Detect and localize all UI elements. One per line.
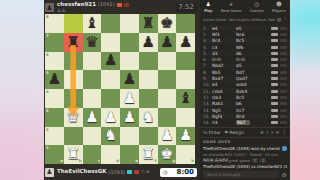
square-c1[interactable]: c (83, 145, 102, 164)
forward-button[interactable]: › (271, 130, 273, 136)
chat-input[interactable] (203, 171, 279, 178)
square-d8[interactable] (101, 14, 120, 33)
square-c6[interactable] (83, 52, 102, 71)
bottom-player-rating: (1093) (109, 170, 126, 175)
square-f8[interactable]: ♜ (139, 14, 158, 33)
square-b5[interactable] (64, 70, 83, 89)
rank-label: 7 (46, 34, 49, 38)
square-f1[interactable]: f♜ (139, 145, 158, 164)
bottom-player-bar: ♟ TheEvilChessGK (1093) ♘ ♙ ◷ 8:00 (45, 166, 197, 178)
chess-app-window: ♟ chessfan921 (1041) ♙ ♙ 7:52 8♝♜♚7♜♛♟♟♟… (44, 0, 290, 180)
game-result-subtext: vs chessfan921 (1041) · Rated · 10 min (203, 152, 287, 157)
top-player-clock: 7:52 (175, 3, 197, 12)
move-nav-buttons: «‹›»⋮ (260, 130, 287, 136)
white-move[interactable]: Nbd2 (212, 63, 236, 68)
play-icon: ♟ (206, 2, 211, 8)
square-h2[interactable]: ♟ (176, 127, 195, 146)
white-pawn-c3[interactable]: ♟ (83, 108, 102, 127)
square-d4[interactable] (101, 89, 120, 108)
white-pawn-e4[interactable]: ♟ (120, 89, 139, 108)
new-game-matchup[interactable]: TheEvilChessGK (1093) vs chessfan921 (10… (203, 164, 287, 169)
bottom-player-info: TheEvilChessGK (1093) ♘ ♙ (57, 169, 157, 175)
square-e7[interactable] (120, 33, 139, 52)
move-time-chips (271, 77, 287, 80)
black-move[interactable]: Bh4 (236, 114, 260, 119)
white-move[interactable]: O-O (212, 57, 236, 62)
top-player-title-badge (124, 3, 129, 7)
white-move[interactable]: b4 (212, 82, 236, 87)
square-f4[interactable] (139, 89, 158, 108)
avatar-piece-icon: ♟ (46, 4, 52, 12)
move-time-chips (271, 83, 287, 86)
square-g3[interactable] (158, 108, 177, 127)
move-number: 10. (203, 82, 212, 87)
move-number: 7. (203, 63, 212, 68)
white-move[interactable]: e4 (212, 26, 236, 31)
top-player-avatar: ♟ (45, 3, 54, 12)
rank-label: 3 (46, 109, 49, 113)
tab-new-game[interactable]: +New Game (221, 2, 242, 12)
square-c4[interactable] (83, 89, 102, 108)
top-player-captured-pieces: ♙ ♙ (57, 9, 172, 14)
tab-play[interactable]: ♟Play (204, 2, 212, 12)
move-time-chips (271, 52, 287, 55)
square-h7[interactable]: ♟ (176, 33, 195, 52)
opening-row[interactable]: Italian Game: Two Knights Defense, Moder… (203, 17, 287, 22)
move-number: 2. (203, 32, 212, 37)
rank-label: 6 (46, 53, 49, 57)
chat-row: ⚙ (203, 171, 287, 178)
move-number: 15. (203, 114, 212, 119)
move-time-chips (271, 46, 287, 49)
black-move[interactable]: d6 (236, 51, 260, 56)
top-player-rating: (1041) (98, 2, 115, 7)
black-bishop-h4[interactable]: ♝ (176, 89, 195, 108)
move-number: 6. (203, 57, 212, 62)
square-c8[interactable]: ♝ (83, 14, 102, 33)
black-queen-c7[interactable]: ♛ (83, 33, 102, 52)
black-move[interactable]: b6 (236, 101, 260, 106)
square-c3[interactable]: ♟ (83, 108, 102, 127)
top-player-flag-icon (117, 3, 122, 7)
square-a6[interactable]: 6 (45, 52, 64, 71)
square-a2[interactable]: 2 (45, 127, 64, 146)
white-king-g1[interactable]: ♚ (158, 145, 177, 164)
black-king-g8[interactable]: ♚ (158, 14, 177, 33)
file-label: c (98, 159, 100, 163)
square-g5[interactable] (158, 70, 177, 89)
square-c5[interactable] (83, 70, 102, 89)
white-rook-b1[interactable]: ♜ (64, 145, 83, 164)
black-pawn-a5[interactable]: ♟ (45, 70, 64, 89)
white-move[interactable]: Bb5 (212, 70, 236, 75)
move-time-chips (271, 102, 287, 105)
square-g1[interactable]: g♚ (158, 145, 177, 164)
membership-badge-icon (127, 170, 132, 174)
opening-name: Italian Game: Two Knights Defense, Moder… (203, 18, 275, 22)
black-bishop-c8[interactable]: ♝ (83, 14, 102, 33)
square-d7[interactable] (101, 33, 120, 52)
white-pawn-d3[interactable]: ♟ (101, 108, 120, 127)
black-move[interactable]: Bc5 (236, 38, 260, 43)
square-g4[interactable] (158, 89, 177, 108)
white-move[interactable]: Bxd7 (212, 76, 236, 81)
move-number: 8. (203, 70, 212, 75)
square-h4[interactable]: ♝ (176, 89, 195, 108)
game-review-icon[interactable] (282, 146, 287, 151)
black-pawn-f7[interactable]: ♟ (139, 33, 158, 52)
tab-games[interactable]: ◷Games (250, 2, 263, 12)
go-end-button[interactable]: » (276, 130, 279, 136)
bottom-player-name[interactable]: TheEvilChessGK (57, 169, 107, 175)
white-move[interactable]: Nf3 (212, 32, 236, 37)
move-number: 11. (203, 89, 212, 94)
file-label: h (191, 159, 194, 163)
square-f7[interactable]: ♟ (139, 33, 158, 52)
book-icon[interactable]: ▤ (277, 17, 281, 22)
square-h3[interactable] (176, 108, 195, 127)
move-time-chips (271, 71, 287, 74)
black-move[interactable]: Qxd7 (236, 76, 260, 81)
move-list: 1.e4e52.Nf3Nc63.Bc4Bc54.c3Nf65.d3d66.O-O… (200, 25, 290, 126)
black-move[interactable]: Bd7 (236, 70, 260, 75)
square-g2[interactable]: ♟ (158, 127, 177, 146)
game-controls: ½ Draw ⚑ Resign «‹›»⋮ (200, 127, 290, 138)
black-rook-b7[interactable]: ♜ (64, 33, 83, 52)
square-d6[interactable]: ♟ (101, 52, 120, 71)
file-label: e (135, 159, 138, 163)
black-move[interactable]: Bc5 (236, 95, 260, 100)
square-h5[interactable] (176, 70, 195, 89)
go-start-button[interactable]: « (260, 130, 263, 136)
square-d5[interactable] (101, 70, 120, 89)
square-g8[interactable]: ♚ (158, 14, 177, 33)
black-move[interactable]: Qc7 (236, 108, 260, 113)
move-number: 16. (203, 120, 212, 125)
game-result-text: TheEvilChessGK (1093) won by checkmate (203, 146, 280, 151)
white-pawn-e3[interactable]: ♟ (120, 108, 139, 127)
square-b1[interactable]: b♜ (64, 145, 83, 164)
square-h8[interactable] (176, 14, 195, 33)
square-e2[interactable] (120, 127, 139, 146)
white-knight-d2[interactable]: ♞ (101, 127, 120, 146)
square-a8[interactable]: 8 (45, 14, 64, 33)
move-number: 9. (203, 76, 212, 81)
bottom-player-clock: ◷ 8:00 (160, 168, 197, 177)
move-number: 1. (203, 26, 212, 31)
game-over-label: GAME OVER (203, 140, 287, 144)
top-player-bar: ♟ chessfan921 (1041) ♙ ♙ 7:52 (45, 2, 197, 13)
white-move[interactable]: cxb4 (212, 89, 236, 94)
rank-label: 4 (46, 90, 49, 94)
square-f5[interactable] (139, 70, 158, 89)
rank-label: 1 (46, 146, 49, 150)
bottom-player-flag-icon (134, 170, 139, 174)
square-e6[interactable] (120, 52, 139, 71)
black-move[interactable]: Bxb4 (236, 89, 260, 94)
white-queen-b3[interactable]: ♛ (64, 108, 83, 127)
square-d1[interactable]: d (101, 145, 120, 164)
black-move[interactable]: O-O (236, 57, 260, 62)
white-move[interactable]: Ngf3 (212, 114, 236, 119)
black-move[interactable]: e5 (236, 26, 260, 31)
tab-bar: ♟Play+New Game◷Games☻Players (200, 2, 290, 12)
square-b6[interactable] (64, 52, 83, 71)
square-a7[interactable]: 7 (45, 33, 64, 52)
square-b7[interactable]: ♜ (64, 33, 83, 52)
sidebar-panel: ♟Play+New Game◷Games☻Players Italian Gam… (200, 0, 290, 180)
move-number: 12. (203, 95, 212, 100)
back-button[interactable]: ‹ (266, 130, 268, 136)
white-knight-f3[interactable]: ♞ (139, 108, 158, 127)
move-row: 16.h3Rb7 (200, 119, 290, 125)
white-move[interactable]: h3 (212, 120, 236, 125)
black-pawn-h7[interactable]: ♟ (176, 33, 195, 52)
square-e8[interactable] (120, 14, 139, 33)
top-player-name[interactable]: chessfan921 (57, 2, 96, 8)
bottom-player-captured-pieces: ♘ ♙ (141, 170, 149, 175)
square-d2[interactable]: ♞ (101, 127, 120, 146)
bottom-player-avatar: ♟ (45, 168, 54, 177)
move-time-chips (271, 58, 287, 61)
square-b2[interactable] (64, 127, 83, 146)
square-a3[interactable]: 3 (45, 108, 64, 127)
timer-icon: ◷ (163, 170, 167, 175)
more-options-button[interactable]: ⋮ (282, 130, 288, 136)
move-number: 5. (203, 51, 212, 56)
avatar-piece-icon: ♟ (46, 168, 52, 176)
move-time-chips (271, 64, 287, 67)
top-player-info: chessfan921 (1041) ♙ ♙ (57, 2, 172, 13)
tab-players[interactable]: ☻Players (272, 2, 286, 12)
white-move[interactable]: Rab1 (212, 101, 236, 106)
white-move[interactable]: c3 (212, 45, 236, 50)
square-b8[interactable] (64, 14, 83, 33)
square-g7[interactable]: ♟ (158, 33, 177, 52)
black-move[interactable]: axb4 (236, 82, 260, 87)
square-e3[interactable]: ♟ (120, 108, 139, 127)
move-time-chips (271, 121, 287, 124)
players-icon: ☻ (276, 2, 282, 8)
black-move[interactable]: Nf6 (236, 45, 260, 50)
move-time-chips (271, 39, 287, 42)
file-label: d (116, 159, 119, 163)
square-b4[interactable] (64, 89, 83, 108)
square-a5[interactable]: 5♟ (45, 70, 64, 89)
black-move[interactable]: a5 (236, 63, 260, 68)
white-move[interactable]: Ng5 (212, 108, 236, 113)
square-f6[interactable] (139, 52, 158, 71)
black-pawn-d6[interactable]: ♟ (101, 52, 120, 71)
square-d3[interactable]: ♟ (101, 108, 120, 127)
settings-gear-icon[interactable]: ⚙ (282, 172, 287, 178)
black-pawn-g7[interactable]: ♟ (158, 33, 177, 52)
black-move[interactable]: Rb7 (236, 120, 250, 125)
move-time-chips (271, 109, 287, 112)
new-game-icon: + (229, 2, 234, 8)
move-time-chips (271, 27, 287, 30)
move-number: 3. (203, 38, 212, 43)
square-c2[interactable] (83, 127, 102, 146)
square-b3[interactable]: ♛ (64, 108, 83, 127)
black-move[interactable]: Nc6 (236, 32, 260, 37)
white-pawn-h2[interactable]: ♟ (176, 127, 195, 146)
move-time-chips (271, 115, 287, 118)
black-rook-f8[interactable]: ♜ (139, 14, 158, 33)
white-move[interactable]: Bc4 (212, 38, 236, 43)
games-icon: ◷ (254, 2, 259, 8)
square-e5[interactable]: ♟ (120, 70, 139, 89)
square-a1[interactable]: 1a (45, 145, 64, 164)
square-a4[interactable]: 4 (45, 89, 64, 108)
square-c7[interactable]: ♛ (83, 33, 102, 52)
white-pawn-g2[interactable]: ♟ (158, 127, 177, 146)
white-move[interactable]: d3 (212, 51, 236, 56)
rank-label: 2 (46, 128, 49, 132)
square-f3[interactable]: ♞ (139, 108, 158, 127)
move-number: 4. (203, 45, 212, 50)
rank-label: 8 (46, 15, 49, 19)
resign-button[interactable]: ⚑ Resign (224, 130, 244, 135)
move-time-chips (271, 96, 287, 99)
collapse-icon[interactable]: ⌃ (283, 17, 287, 22)
square-e4[interactable]: ♟ (120, 89, 139, 108)
black-pawn-e5[interactable]: ♟ (120, 70, 139, 89)
square-e1[interactable]: e (120, 145, 139, 164)
square-f2[interactable] (139, 127, 158, 146)
white-move[interactable]: Qb3 (212, 95, 236, 100)
file-label: a (60, 159, 63, 163)
desktop: ♟ chessfan921 (1041) ♙ ♙ 7:52 8♝♜♚7♜♛♟♟♟… (0, 0, 320, 180)
square-h1[interactable]: h (176, 145, 195, 164)
square-g6[interactable] (158, 52, 177, 71)
square-h6[interactable] (176, 52, 195, 71)
new-game-label: NEW GAME (203, 158, 287, 162)
draw-button[interactable]: ½ Draw (203, 130, 220, 135)
board[interactable]: 8♝♜♚7♜♛♟♟♟6♟5♟♟4♟♝3♛♟♟♟♞2♞♟♟1ab♜cdef♜g♚h (45, 14, 195, 164)
move-number: 13. (203, 101, 212, 106)
move-time-chips (271, 33, 287, 36)
white-rook-f1[interactable]: ♜ (139, 145, 158, 164)
move-number: 14. (203, 108, 212, 113)
move-time-chips (271, 90, 287, 93)
